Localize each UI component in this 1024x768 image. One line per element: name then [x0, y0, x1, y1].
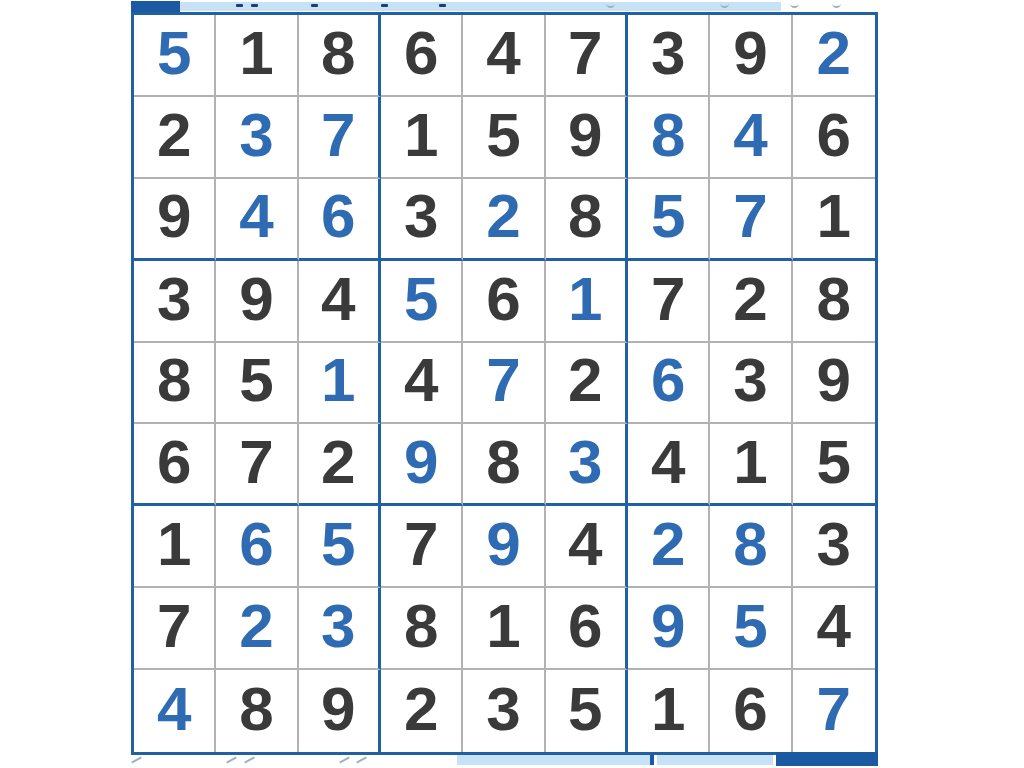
cell-r2c6[interactable]: 9	[546, 97, 628, 179]
cell-r6c9[interactable]: 5	[793, 424, 875, 506]
cell-r2c7[interactable]: 8	[628, 97, 710, 179]
cell-r9c6[interactable]: 5	[546, 670, 628, 752]
bottom-edge-text-fragment	[339, 757, 350, 764]
top-edge-text-fragment	[311, 4, 318, 7]
cell-r4c3[interactable]: 4	[299, 261, 381, 343]
cell-r9c5[interactable]: 3	[463, 670, 545, 752]
cell-r9c9[interactable]: 7	[793, 670, 875, 752]
cell-r5c4[interactable]: 4	[381, 343, 463, 425]
cell-r2c5[interactable]: 5	[463, 97, 545, 179]
cell-r9c3[interactable]: 9	[299, 670, 381, 752]
top-edge-lightblue-bar	[133, 2, 781, 11]
cell-r6c7[interactable]: 4	[628, 424, 710, 506]
bottom-right-navy-fragment	[776, 752, 878, 766]
cell-r7c7[interactable]: 2	[628, 506, 710, 588]
cell-r2c3[interactable]: 7	[299, 97, 381, 179]
bottom-edge-text-fragment	[226, 757, 237, 764]
top-edge-text-fragment	[832, 1, 841, 8]
cell-r5c1[interactable]: 8	[134, 343, 216, 425]
cell-r1c4[interactable]: 6	[381, 15, 463, 97]
cell-r7c5[interactable]: 9	[463, 506, 545, 588]
cell-r7c6[interactable]: 4	[546, 506, 628, 588]
cell-r3c6[interactable]: 8	[546, 179, 628, 261]
cell-r1c1[interactable]: 5	[134, 15, 216, 97]
cell-r4c9[interactable]: 8	[793, 261, 875, 343]
cell-r4c1[interactable]: 3	[134, 261, 216, 343]
cell-r6c1[interactable]: 6	[134, 424, 216, 506]
cell-r6c2[interactable]: 7	[216, 424, 298, 506]
cell-r1c9[interactable]: 2	[793, 15, 875, 97]
cell-r9c8[interactable]: 6	[710, 670, 792, 752]
cell-r3c5[interactable]: 2	[463, 179, 545, 261]
cell-r5c9[interactable]: 9	[793, 343, 875, 425]
cell-r7c4[interactable]: 7	[381, 506, 463, 588]
cell-r5c3[interactable]: 1	[299, 343, 381, 425]
bottom-edge-text-fragment	[131, 757, 142, 764]
cell-r6c3[interactable]: 2	[299, 424, 381, 506]
cell-r2c1[interactable]: 2	[134, 97, 216, 179]
cell-r8c3[interactable]: 3	[299, 588, 381, 670]
cell-r6c8[interactable]: 1	[710, 424, 792, 506]
cell-r3c4[interactable]: 3	[381, 179, 463, 261]
cell-r7c9[interactable]: 3	[793, 506, 875, 588]
cell-r5c2[interactable]: 5	[216, 343, 298, 425]
cell-r5c7[interactable]: 6	[628, 343, 710, 425]
page: 5186473922371598469463285713945617288514…	[0, 0, 1024, 768]
cell-r4c8[interactable]: 2	[710, 261, 792, 343]
cell-r8c4[interactable]: 8	[381, 588, 463, 670]
cell-r6c4[interactable]: 9	[381, 424, 463, 506]
cell-r5c6[interactable]: 2	[546, 343, 628, 425]
cell-r4c2[interactable]: 9	[216, 261, 298, 343]
cell-r7c8[interactable]: 8	[710, 506, 792, 588]
top-edge-text-fragment	[251, 4, 258, 7]
cell-r2c8[interactable]: 4	[710, 97, 792, 179]
bottom-edge-lightblue-bar	[657, 755, 773, 765]
cell-r1c6[interactable]: 7	[546, 15, 628, 97]
cell-r2c4[interactable]: 1	[381, 97, 463, 179]
top-edge-text-fragment	[381, 4, 388, 7]
cell-r7c2[interactable]: 6	[216, 506, 298, 588]
cell-r1c8[interactable]: 9	[710, 15, 792, 97]
cell-r2c9[interactable]: 6	[793, 97, 875, 179]
bottom-edge-text-fragment	[356, 757, 367, 764]
cell-r1c3[interactable]: 8	[299, 15, 381, 97]
cell-r8c7[interactable]: 9	[628, 588, 710, 670]
cell-r3c8[interactable]: 7	[710, 179, 792, 261]
cell-r8c8[interactable]: 5	[710, 588, 792, 670]
cell-r5c5[interactable]: 7	[463, 343, 545, 425]
cell-r8c9[interactable]: 4	[793, 588, 875, 670]
bottom-edge-text-fragment	[244, 757, 255, 764]
cell-r3c7[interactable]: 5	[628, 179, 710, 261]
sudoku-board: 5186473922371598469463285713945617288514…	[131, 12, 878, 755]
cell-r1c5[interactable]: 4	[463, 15, 545, 97]
cell-r4c4[interactable]: 5	[381, 261, 463, 343]
cell-r4c7[interactable]: 7	[628, 261, 710, 343]
cell-r9c4[interactable]: 2	[381, 670, 463, 752]
cell-r4c5[interactable]: 6	[463, 261, 545, 343]
cell-r7c1[interactable]: 1	[134, 506, 216, 588]
cell-r8c5[interactable]: 1	[463, 588, 545, 670]
cell-r2c2[interactable]: 3	[216, 97, 298, 179]
cell-r8c1[interactable]: 7	[134, 588, 216, 670]
cell-r6c5[interactable]: 8	[463, 424, 545, 506]
top-edge-text-fragment	[236, 4, 243, 7]
cell-r6c6[interactable]: 3	[546, 424, 628, 506]
cell-r5c8[interactable]: 3	[710, 343, 792, 425]
top-edge-text-fragment	[790, 1, 799, 8]
cell-r9c7[interactable]: 1	[628, 670, 710, 752]
bottom-edge-navy-fragment	[650, 755, 654, 765]
cell-r8c6[interactable]: 6	[546, 588, 628, 670]
cell-r4c6[interactable]: 1	[546, 261, 628, 343]
cell-r1c2[interactable]: 1	[216, 15, 298, 97]
cell-r9c1[interactable]: 4	[134, 670, 216, 752]
bottom-edge-lightblue-bar	[457, 755, 650, 765]
cell-r3c3[interactable]: 6	[299, 179, 381, 261]
cell-r3c9[interactable]: 1	[793, 179, 875, 261]
top-edge-text-fragment	[439, 4, 446, 7]
cell-r9c2[interactable]: 8	[216, 670, 298, 752]
cell-r8c2[interactable]: 2	[216, 588, 298, 670]
cell-r3c1[interactable]: 9	[134, 179, 216, 261]
cell-r3c2[interactable]: 4	[216, 179, 298, 261]
cell-r7c3[interactable]: 5	[299, 506, 381, 588]
cell-r1c7[interactable]: 3	[628, 15, 710, 97]
